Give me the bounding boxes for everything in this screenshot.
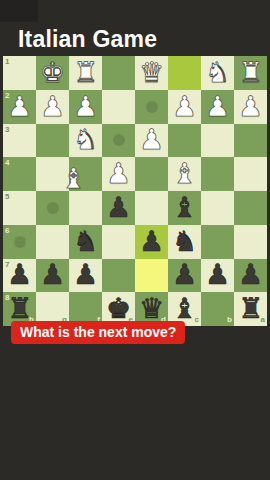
- square-e6[interactable]: [102, 225, 135, 259]
- square-d4[interactable]: [135, 157, 168, 191]
- piece-white-knight[interactable]: ♞: [201, 56, 234, 90]
- piece-black-pawn[interactable]: ♟: [102, 191, 135, 225]
- piece-black-pawn[interactable]: ♟: [69, 259, 102, 293]
- piece-black-knight[interactable]: ♞: [69, 225, 102, 259]
- square-g1[interactable]: ♚: [36, 56, 69, 90]
- square-h6[interactable]: 6: [3, 225, 36, 259]
- square-f5[interactable]: [69, 191, 102, 225]
- square-d3[interactable]: ♟: [135, 124, 168, 158]
- square-g3[interactable]: [36, 124, 69, 158]
- square-b8[interactable]: b: [201, 292, 234, 326]
- square-c7[interactable]: ♟: [168, 259, 201, 293]
- square-b2[interactable]: ♟: [201, 90, 234, 124]
- square-e2[interactable]: [102, 90, 135, 124]
- square-b6[interactable]: [201, 225, 234, 259]
- file-label-a: a: [261, 316, 265, 324]
- square-f2[interactable]: ♟: [69, 90, 102, 124]
- square-a7[interactable]: ♟: [234, 259, 267, 293]
- rank-label-4: 4: [5, 159, 9, 167]
- square-b7[interactable]: ♟: [201, 259, 234, 293]
- square-d5[interactable]: [135, 191, 168, 225]
- square-a2[interactable]: ♟: [234, 90, 267, 124]
- square-h5[interactable]: 5: [3, 191, 36, 225]
- square-d2[interactable]: [135, 90, 168, 124]
- square-e7[interactable]: [102, 259, 135, 293]
- square-f1[interactable]: ♜: [69, 56, 102, 90]
- piece-black-knight[interactable]: ♞: [168, 225, 201, 259]
- square-f3[interactable]: ♞: [69, 124, 102, 158]
- square-c2[interactable]: ♟: [168, 90, 201, 124]
- piece-black-pawn[interactable]: ♟: [3, 259, 36, 293]
- square-e4[interactable]: ♟: [102, 157, 135, 191]
- square-b3[interactable]: [201, 124, 234, 158]
- square-e3[interactable]: [102, 124, 135, 158]
- square-a4[interactable]: [234, 157, 267, 191]
- piece-black-pawn[interactable]: ♟: [135, 225, 168, 259]
- square-g6[interactable]: [36, 225, 69, 259]
- piece-white-bishop[interactable]: ♝: [168, 157, 201, 191]
- rank-label-1: 1: [5, 58, 9, 66]
- piece-black-rook[interactable]: ♜: [234, 292, 267, 326]
- piece-white-king[interactable]: ♚: [36, 56, 69, 90]
- screen-corner-shadow: [0, 0, 38, 22]
- piece-white-pawn[interactable]: ♟: [135, 124, 168, 158]
- piece-black-bishop[interactable]: ♝: [168, 191, 201, 225]
- piece-white-pawn[interactable]: ♟: [234, 90, 267, 124]
- square-d6[interactable]: ♟: [135, 225, 168, 259]
- square-h3[interactable]: 3: [3, 124, 36, 158]
- square-e5[interactable]: ♟: [102, 191, 135, 225]
- rank-label-3: 3: [5, 126, 9, 134]
- square-h7[interactable]: 7♟: [3, 259, 36, 293]
- square-g5[interactable]: [36, 191, 69, 225]
- square-a1[interactable]: ♜: [234, 56, 267, 90]
- square-d7[interactable]: [135, 259, 168, 293]
- piece-white-pawn[interactable]: ♟: [168, 90, 201, 124]
- rank-label-5: 5: [5, 193, 9, 201]
- piece-white-rook[interactable]: ♜: [234, 56, 267, 90]
- square-h4[interactable]: 4: [3, 157, 36, 191]
- piece-white-rook[interactable]: ♜: [69, 56, 102, 90]
- square-c6[interactable]: ♞: [168, 225, 201, 259]
- square-g7[interactable]: ♟: [36, 259, 69, 293]
- chess-board[interactable]: 1♚♜♛♞♜2♟♟♟♟♟♟3♞♟4♟♝5♟♝6♞♟♞7♟♟♟♟♟♟8h♜gfe♚…: [3, 56, 267, 326]
- file-label-c: c: [195, 316, 199, 324]
- question-banner: What is the next move?: [11, 321, 185, 344]
- square-f7[interactable]: ♟: [69, 259, 102, 293]
- piece-black-pawn[interactable]: ♟: [201, 259, 234, 293]
- square-c3[interactable]: [168, 124, 201, 158]
- piece-black-pawn[interactable]: ♟: [234, 259, 267, 293]
- rank-label-7: 7: [5, 261, 9, 269]
- square-c5[interactable]: ♝: [168, 191, 201, 225]
- square-c4[interactable]: ♝: [168, 157, 201, 191]
- square-c1[interactable]: [168, 56, 201, 90]
- square-h2[interactable]: 2♟: [3, 90, 36, 124]
- square-b5[interactable]: [201, 191, 234, 225]
- piece-white-pawn[interactable]: ♟: [69, 90, 102, 124]
- square-a6[interactable]: [234, 225, 267, 259]
- square-a3[interactable]: [234, 124, 267, 158]
- rank-label-2: 2: [5, 92, 9, 100]
- rank-label-8: 8: [5, 294, 9, 302]
- square-a8[interactable]: a♜: [234, 292, 267, 326]
- page-title: Italian Game: [18, 26, 157, 53]
- piece-white-queen[interactable]: ♛: [135, 56, 168, 90]
- dragged-piece-white-bishop[interactable]: ♝: [57, 162, 90, 196]
- piece-white-pawn[interactable]: ♟: [102, 157, 135, 191]
- piece-white-pawn[interactable]: ♟: [3, 90, 36, 124]
- square-e1[interactable]: [102, 56, 135, 90]
- piece-black-pawn[interactable]: ♟: [36, 259, 69, 293]
- piece-white-pawn[interactable]: ♟: [36, 90, 69, 124]
- file-label-b: b: [227, 316, 232, 324]
- square-a5[interactable]: [234, 191, 267, 225]
- square-f6[interactable]: ♞: [69, 225, 102, 259]
- piece-white-pawn[interactable]: ♟: [201, 90, 234, 124]
- piece-white-knight[interactable]: ♞: [69, 124, 102, 158]
- square-h1[interactable]: 1: [3, 56, 36, 90]
- piece-black-pawn[interactable]: ♟: [168, 259, 201, 293]
- square-b1[interactable]: ♞: [201, 56, 234, 90]
- square-b4[interactable]: [201, 157, 234, 191]
- square-d1[interactable]: ♛: [135, 56, 168, 90]
- square-g2[interactable]: ♟: [36, 90, 69, 124]
- rank-label-6: 6: [5, 227, 9, 235]
